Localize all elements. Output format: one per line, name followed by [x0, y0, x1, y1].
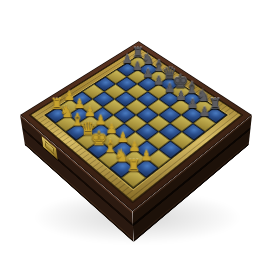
chess-set-photo: ♜♞♝♛♚♝♞♜♟♟♟♟♟♟♟♟♟♟♟♟♟♟♟♟♜♞♝♛♚♝♞♜ [0, 0, 265, 265]
piece-wR-h1: ♜ [123, 154, 145, 178]
piece-bP-h7: ♟ [194, 101, 214, 123]
latch-plate [45, 141, 55, 155]
